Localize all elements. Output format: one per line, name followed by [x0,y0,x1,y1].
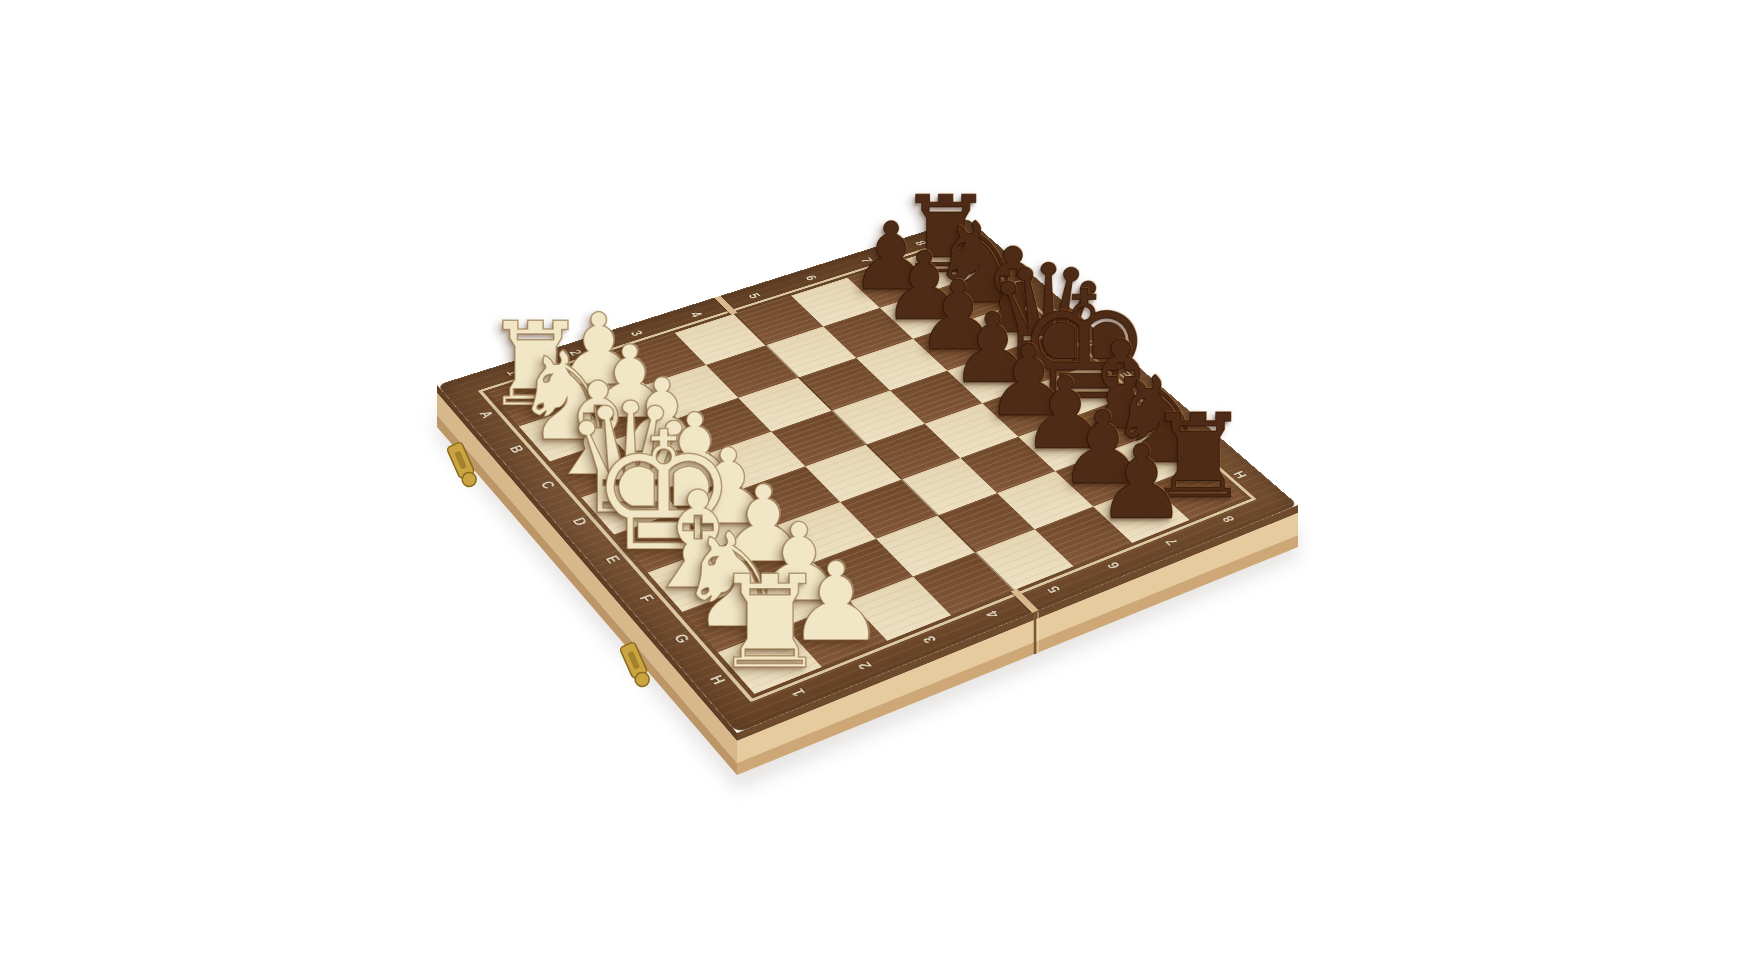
piece-white-rook-h1[interactable]: ♜ [712,558,827,686]
pieces-layer: ♜♟♞♟♝♟♛♟♟♚♜♟♟♝♞♟♟♞♝♟♟♜♛♟♟♚♟♝♟♞♟♜ [0,0,1740,979]
piece-black-pawn-h7[interactable]: ♟ [1095,432,1187,534]
product-photo-scene: AA88BB77CC66DD55EE44FF33GG22HH11 ♜♟♞♟♝♟♛… [0,0,1740,979]
